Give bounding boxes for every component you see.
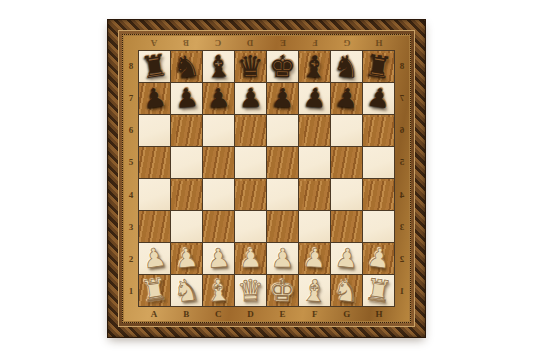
square-c2[interactable]: ♟ (203, 243, 234, 274)
black-pawn-h7[interactable]: ♟ (365, 81, 393, 115)
rank-label-right-4: 4 (395, 179, 409, 211)
file-label-bottom-e: E (267, 307, 299, 321)
rank-label-left-6: 6 (124, 114, 138, 146)
square-b8[interactable]: ♞ (171, 51, 202, 82)
square-d4[interactable] (235, 179, 266, 210)
rank-labels-left: 87654321 (124, 50, 138, 307)
square-b5[interactable] (171, 147, 202, 178)
square-h8[interactable]: ♜ (363, 51, 394, 82)
square-h2[interactable]: ♟ (363, 243, 394, 274)
rank-label-left-1: 1 (124, 275, 138, 307)
square-a8[interactable]: ♜ (139, 51, 170, 82)
square-c4[interactable] (203, 179, 234, 210)
white-pawn-e2[interactable]: ♟ (271, 243, 295, 274)
rank-label-right-1: 1 (395, 275, 409, 307)
black-bishop-c8[interactable]: ♝ (204, 50, 233, 83)
square-e8[interactable]: ♚ (267, 51, 298, 82)
square-h3[interactable] (363, 211, 394, 242)
board-margin: ABCDEFGH ABCDEFGH 87654321 87654321 ♜♞♝♛… (124, 36, 409, 321)
square-g3[interactable] (331, 211, 362, 242)
square-e5[interactable] (267, 147, 298, 178)
black-pawn-f7[interactable]: ♟ (302, 82, 327, 114)
square-a7[interactable]: ♟ (139, 83, 170, 114)
square-a2[interactable]: ♟ (139, 243, 170, 274)
black-pawn-a7[interactable]: ♟ (141, 81, 169, 115)
square-h1[interactable]: ♜ (363, 275, 394, 306)
square-b2[interactable]: ♟ (171, 243, 202, 274)
white-queen-d1[interactable]: ♛ (237, 275, 265, 307)
square-f6[interactable] (299, 115, 330, 146)
black-knight-g8[interactable]: ♞ (332, 50, 362, 84)
square-b1[interactable]: ♞ (171, 275, 202, 306)
rank-label-left-7: 7 (124, 82, 138, 114)
white-pawn-g2[interactable]: ♟ (333, 242, 359, 275)
black-rook-h8[interactable]: ♜ (363, 49, 394, 84)
square-g1[interactable]: ♞ (331, 275, 362, 306)
square-e2[interactable]: ♟ (267, 243, 298, 274)
rank-label-right-3: 3 (395, 211, 409, 243)
square-f8[interactable]: ♝ (299, 51, 330, 82)
square-c8[interactable]: ♝ (203, 51, 234, 82)
white-pawn-c2[interactable]: ♟ (206, 242, 231, 274)
square-b4[interactable] (171, 179, 202, 210)
white-knight-g1[interactable]: ♞ (332, 274, 362, 308)
square-h4[interactable] (363, 179, 394, 210)
rank-label-right-7: 7 (395, 82, 409, 114)
square-f2[interactable]: ♟ (299, 243, 330, 274)
rank-label-right-2: 2 (395, 243, 409, 275)
black-rook-a8[interactable]: ♜ (139, 49, 170, 84)
square-g7[interactable]: ♟ (331, 83, 362, 114)
square-a4[interactable] (139, 179, 170, 210)
rank-label-right-6: 6 (395, 114, 409, 146)
square-d3[interactable] (235, 211, 266, 242)
board-frame-inner-carving: ABCDEFGH ABCDEFGH 87654321 87654321 ♜♞♝♛… (122, 34, 411, 323)
square-c1[interactable]: ♝ (203, 275, 234, 306)
black-pawn-b7[interactable]: ♟ (173, 82, 199, 115)
square-f1[interactable]: ♝ (299, 275, 330, 306)
file-label-bottom-h: H (363, 307, 395, 321)
white-pawn-f2[interactable]: ♟ (302, 242, 327, 274)
square-f7[interactable]: ♟ (299, 83, 330, 114)
white-bishop-c1[interactable]: ♝ (204, 274, 233, 307)
square-c6[interactable] (203, 115, 234, 146)
white-pawn-b2[interactable]: ♟ (173, 242, 199, 275)
square-h5[interactable] (363, 147, 394, 178)
square-f3[interactable] (299, 211, 330, 242)
black-pawn-g7[interactable]: ♟ (333, 82, 359, 115)
black-king-e8[interactable]: ♚ (269, 51, 297, 83)
square-h7[interactable]: ♟ (363, 83, 394, 114)
board-grid: ♜♞♝♛♚♝♞♜♟♟♟♟♟♟♟♟♟♟♟♟♟♟♟♟♜♞♝♛♚♝♞♜ (138, 50, 395, 307)
rank-label-left-8: 8 (124, 50, 138, 82)
square-g6[interactable] (331, 115, 362, 146)
black-pawn-d7[interactable]: ♟ (239, 83, 263, 114)
rank-label-left-5: 5 (124, 146, 138, 178)
square-e4[interactable] (267, 179, 298, 210)
square-d7[interactable]: ♟ (235, 83, 266, 114)
square-a6[interactable] (139, 115, 170, 146)
square-b3[interactable] (171, 211, 202, 242)
rank-label-left-3: 3 (124, 211, 138, 243)
square-d8[interactable]: ♛ (235, 51, 266, 82)
square-c7[interactable]: ♟ (203, 83, 234, 114)
square-g4[interactable] (331, 179, 362, 210)
white-rook-a1[interactable]: ♜ (139, 273, 170, 308)
white-king-e1[interactable]: ♚ (269, 275, 297, 307)
square-g8[interactable]: ♞ (331, 51, 362, 82)
square-a1[interactable]: ♜ (139, 275, 170, 306)
square-d6[interactable] (235, 115, 266, 146)
square-f4[interactable] (299, 179, 330, 210)
rank-label-right-8: 8 (395, 50, 409, 82)
white-rook-h1[interactable]: ♜ (363, 273, 394, 308)
square-d5[interactable] (235, 147, 266, 178)
square-h6[interactable] (363, 115, 394, 146)
black-pawn-e7[interactable]: ♟ (271, 83, 295, 114)
black-pawn-c7[interactable]: ♟ (206, 82, 231, 114)
rank-labels-right: 87654321 (395, 50, 409, 307)
square-a3[interactable] (139, 211, 170, 242)
square-c3[interactable] (203, 211, 234, 242)
file-label-bottom-c: C (202, 307, 234, 321)
photo-background: ABCDEFGH ABCDEFGH 87654321 87654321 ♜♞♝♛… (0, 0, 533, 356)
square-b6[interactable] (171, 115, 202, 146)
square-e7[interactable]: ♟ (267, 83, 298, 114)
chess-board: ABCDEFGH ABCDEFGH 87654321 87654321 ♜♞♝♛… (107, 19, 426, 338)
square-c5[interactable] (203, 147, 234, 178)
square-e1[interactable]: ♚ (267, 275, 298, 306)
rank-label-left-4: 4 (124, 179, 138, 211)
file-label-bottom-f: F (299, 307, 331, 321)
square-b7[interactable]: ♟ (171, 83, 202, 114)
square-g5[interactable] (331, 147, 362, 178)
file-labels-top: ABCDEFGH (138, 36, 395, 50)
square-e3[interactable] (267, 211, 298, 242)
black-queen-d8[interactable]: ♛ (237, 51, 265, 83)
black-knight-b8[interactable]: ♞ (172, 50, 202, 84)
rank-label-left-2: 2 (124, 243, 138, 275)
square-a5[interactable] (139, 147, 170, 178)
white-knight-b1[interactable]: ♞ (172, 274, 202, 308)
square-f5[interactable] (299, 147, 330, 178)
black-bishop-f8[interactable]: ♝ (300, 50, 329, 83)
square-e6[interactable] (267, 115, 298, 146)
white-pawn-d2[interactable]: ♟ (239, 243, 263, 274)
file-label-bottom-d: D (234, 307, 266, 321)
square-d2[interactable]: ♟ (235, 243, 266, 274)
rank-label-right-5: 5 (395, 146, 409, 178)
white-bishop-f1[interactable]: ♝ (300, 274, 329, 307)
square-g2[interactable]: ♟ (331, 243, 362, 274)
board-frame-step: ABCDEFGH ABCDEFGH 87654321 87654321 ♜♞♝♛… (118, 30, 415, 327)
square-d1[interactable]: ♛ (235, 275, 266, 306)
